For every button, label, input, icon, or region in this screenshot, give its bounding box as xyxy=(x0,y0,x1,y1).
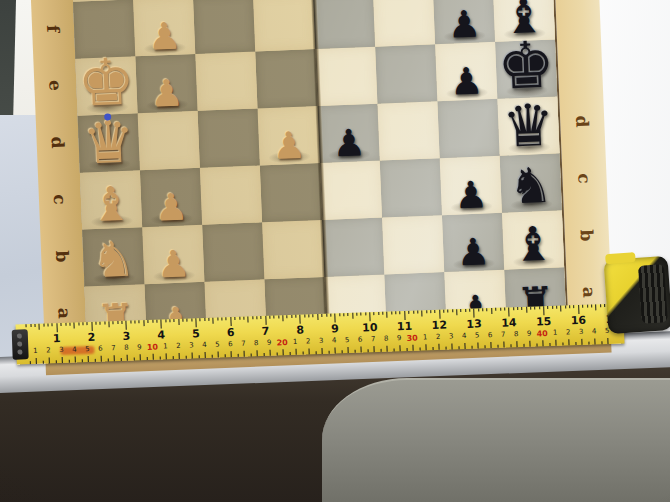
square-f4[interactable] xyxy=(253,0,315,52)
king-glyph: ♚ xyxy=(496,35,556,98)
square-c5[interactable] xyxy=(320,161,382,220)
pawn-glyph: ♟ xyxy=(150,75,185,111)
tape-cm-4: 4 xyxy=(72,346,77,354)
tape-cm-44: 4 xyxy=(592,327,597,335)
tape-cm-5: 5 xyxy=(85,345,90,353)
tape-inch-12: 12 xyxy=(431,319,447,333)
tape-cm-20: 20 xyxy=(277,338,288,347)
tape-cm-1: 1 xyxy=(33,347,38,355)
square-c6[interactable] xyxy=(380,158,442,217)
square-e6[interactable] xyxy=(375,44,437,103)
tape-case-grip xyxy=(638,264,668,324)
tape-cm-23: 3 xyxy=(319,337,324,345)
tape-cm-33: 3 xyxy=(449,332,454,340)
tape-cm-15: 5 xyxy=(215,341,220,349)
file-label-b: b xyxy=(576,213,598,258)
tape-cm-12: 2 xyxy=(176,342,181,350)
tape-inch-1: 1 xyxy=(53,332,61,345)
tape-cm-6: 6 xyxy=(98,345,103,353)
square-b3[interactable] xyxy=(202,222,264,281)
tape-cm-24: 4 xyxy=(332,336,337,344)
pawn-glyph: ♟ xyxy=(454,177,489,213)
black-pawn-b7[interactable]: ♟ xyxy=(442,213,504,272)
tape-inch-8: 8 xyxy=(296,324,304,337)
tape-hook xyxy=(12,329,29,360)
knight-glyph: ♞ xyxy=(91,237,137,285)
tape-cm-43: 3 xyxy=(579,328,584,336)
tape-inch-5: 5 xyxy=(192,327,200,340)
black-pawn-f7[interactable]: ♟ xyxy=(433,0,495,44)
pawn-glyph: ♟ xyxy=(147,18,182,54)
black-bishop-b8[interactable]: ♝ xyxy=(502,210,564,269)
bishop-glyph: ♝ xyxy=(89,182,133,228)
tape-cm-9: 9 xyxy=(137,343,142,351)
black-pawn-e7[interactable]: ♟ xyxy=(435,42,497,101)
square-b5[interactable] xyxy=(322,218,384,277)
square-b4[interactable] xyxy=(262,220,324,279)
pawn-glyph: ♟ xyxy=(272,127,307,163)
tape-inch-16: 16 xyxy=(571,314,587,328)
file-label-d: d xyxy=(571,99,593,144)
tape-cm-10: 10 xyxy=(147,343,158,352)
tape-cm-17: 7 xyxy=(241,340,246,348)
tape-inch-11: 11 xyxy=(397,320,413,334)
tape-cm-14: 4 xyxy=(202,341,207,349)
pawn-glyph: ♟ xyxy=(456,234,491,270)
pawn-glyph: ♟ xyxy=(447,6,482,42)
square-d2[interactable] xyxy=(138,111,200,170)
tape-inch-7: 7 xyxy=(261,325,269,338)
pawn-glyph: ♟ xyxy=(156,246,191,282)
tape-cm-21: 1 xyxy=(293,338,298,346)
file-label-c: c xyxy=(574,156,596,201)
black-queen-d8[interactable]: ♛ xyxy=(497,96,559,155)
pawn-glyph: ♟ xyxy=(332,125,367,161)
bishop-glyph: ♝ xyxy=(511,222,555,268)
tape-cm-3: 3 xyxy=(59,346,64,354)
tape-inch-2: 2 xyxy=(88,331,96,344)
queen-glyph: ♛ xyxy=(501,97,555,154)
pawn-glyph: ♟ xyxy=(449,63,484,99)
king-glyph: ♚ xyxy=(76,52,136,115)
square-e3[interactable] xyxy=(195,52,257,111)
tape-inch-3: 3 xyxy=(122,330,130,343)
white-pawn-f2[interactable]: ♟ xyxy=(133,0,195,56)
knight-glyph: ♞ xyxy=(508,163,554,211)
tape-cm-37: 7 xyxy=(501,331,506,339)
tape-cm-11: 1 xyxy=(163,342,168,350)
white-pawn-c2[interactable]: ♟ xyxy=(140,168,202,227)
square-f3[interactable] xyxy=(193,0,255,54)
tape-cm-32: 2 xyxy=(436,333,441,341)
tape-cm-36: 6 xyxy=(488,331,493,339)
white-queen-d1[interactable]: ♛ xyxy=(78,113,140,172)
white-pawn-b2[interactable]: ♟ xyxy=(142,225,204,284)
playing-area: ♜♞♝♛♚♟♟♟♟♟♟♜♝♞♛♚♝♟♟♟♟♟♟ xyxy=(68,0,566,343)
tape-cm-38: 8 xyxy=(514,330,519,338)
couch-cushion xyxy=(322,378,670,502)
tape-inch-14: 14 xyxy=(501,316,517,330)
file-label-b: b xyxy=(51,235,73,278)
tape-cm-28: 8 xyxy=(384,335,389,343)
queen-glyph: ♛ xyxy=(82,114,136,171)
tape-cm-30: 30 xyxy=(406,334,417,343)
tape-cm-29: 9 xyxy=(397,334,402,342)
white-knight-b1[interactable]: ♞ xyxy=(82,227,144,286)
square-d6[interactable] xyxy=(377,101,439,160)
tape-cm-7: 7 xyxy=(111,344,116,352)
tape-cm-18: 8 xyxy=(254,339,259,347)
tape-inch-9: 9 xyxy=(331,322,339,335)
tape-cm-31: 1 xyxy=(423,333,428,341)
tape-cm-22: 2 xyxy=(306,337,311,345)
pawn-glyph: ♟ xyxy=(154,189,189,225)
square-e5[interactable] xyxy=(315,47,377,106)
tape-measure-case[interactable] xyxy=(603,256,670,334)
tape-inch-13: 13 xyxy=(466,317,482,331)
tape-cm-34: 4 xyxy=(462,332,467,340)
tape-cm-42: 2 xyxy=(566,328,571,336)
tape-cm-16: 6 xyxy=(228,340,233,348)
tape-inch-15: 15 xyxy=(536,315,552,329)
tape-cm-39: 9 xyxy=(527,330,532,338)
tape-cm-40: 40 xyxy=(536,329,547,338)
square-d3[interactable] xyxy=(198,108,260,167)
tape-cm-19: 9 xyxy=(267,339,272,347)
tape-inch-4: 4 xyxy=(157,328,165,341)
square-c3[interactable] xyxy=(200,165,262,224)
square-c4[interactable] xyxy=(260,163,322,222)
photo-scene: fedcba dcba ♜♞♝♛♚♟♟♟♟♟♟♜♝♞♛♚♝♟♟♟♟♟♟ 1234… xyxy=(0,0,670,502)
tape-cm-27: 7 xyxy=(371,335,376,343)
tape-cm-25: 5 xyxy=(345,336,350,344)
white-pawn-d4[interactable]: ♟ xyxy=(257,106,319,165)
square-e4[interactable] xyxy=(255,49,317,108)
tape-inch-10: 10 xyxy=(362,321,378,335)
black-knight-c8[interactable]: ♞ xyxy=(500,153,562,212)
square-f5[interactable] xyxy=(313,0,375,49)
tape-cm-26: 6 xyxy=(358,336,363,344)
tape-case-clip xyxy=(605,252,636,264)
file-label-c: c xyxy=(49,178,71,221)
file-label-f: f xyxy=(42,7,64,50)
tape-cm-13: 3 xyxy=(189,341,194,349)
black-pawn-d5[interactable]: ♟ xyxy=(317,104,379,163)
white-bishop-c1[interactable]: ♝ xyxy=(80,170,142,229)
tape-cm-41: 1 xyxy=(553,329,558,337)
square-d7[interactable] xyxy=(437,99,499,158)
square-b6[interactable] xyxy=(382,215,444,274)
tape-inch-6: 6 xyxy=(227,326,235,339)
square-f6[interactable] xyxy=(373,0,435,47)
tape-cm-35: 5 xyxy=(475,331,480,339)
tape-cm-2: 2 xyxy=(46,346,51,354)
white-pawn-e2[interactable]: ♟ xyxy=(135,54,197,113)
tape-cm-8: 8 xyxy=(124,344,129,352)
file-label-d: d xyxy=(47,121,69,164)
black-pawn-c7[interactable]: ♟ xyxy=(440,156,502,215)
file-label-e: e xyxy=(45,64,67,107)
